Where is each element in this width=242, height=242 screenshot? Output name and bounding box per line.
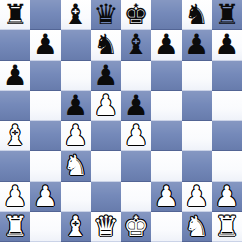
white-bishop[interactable]: ♝ (3, 121, 28, 151)
white-pawn[interactable]: ♟ (3, 182, 28, 212)
square-g3[interactable] (182, 151, 212, 181)
square-g7[interactable]: ♟ (182, 30, 212, 60)
white-pawn[interactable]: ♟ (154, 182, 179, 212)
square-c1[interactable]: ♝ (61, 212, 91, 242)
square-f3[interactable] (151, 151, 181, 181)
square-c6[interactable] (61, 61, 91, 91)
square-a8[interactable]: ♜ (0, 0, 30, 30)
square-g5[interactable] (182, 91, 212, 121)
square-c2[interactable] (61, 182, 91, 212)
white-rook[interactable]: ♜ (3, 212, 28, 242)
square-d2[interactable] (91, 182, 121, 212)
square-b4[interactable] (30, 121, 60, 151)
square-f8[interactable] (151, 0, 181, 30)
square-b3[interactable] (30, 151, 60, 181)
square-c4[interactable]: ♟ (61, 121, 91, 151)
square-d4[interactable] (91, 121, 121, 151)
square-f5[interactable] (151, 91, 181, 121)
square-f4[interactable] (151, 121, 181, 151)
square-h7[interactable]: ♟ (212, 30, 242, 60)
square-c5[interactable]: ♟ (61, 91, 91, 121)
square-b6[interactable] (30, 61, 60, 91)
white-bishop[interactable]: ♝ (63, 212, 88, 242)
square-h5[interactable] (212, 91, 242, 121)
square-d5[interactable]: ♟ (91, 91, 121, 121)
square-b8[interactable] (30, 0, 60, 30)
square-c8[interactable]: ♝ (61, 0, 91, 30)
square-e8[interactable]: ♚ (121, 0, 151, 30)
square-f6[interactable] (151, 61, 181, 91)
black-rook[interactable]: ♜ (214, 0, 239, 30)
square-d7[interactable]: ♞ (91, 30, 121, 60)
square-a6[interactable]: ♟ (0, 61, 30, 91)
black-pawn[interactable]: ♟ (3, 61, 28, 91)
square-b5[interactable] (30, 91, 60, 121)
square-g2[interactable]: ♟ (182, 182, 212, 212)
square-a3[interactable] (0, 151, 30, 181)
black-rook[interactable]: ♜ (3, 0, 28, 30)
square-h1[interactable]: ♜ (212, 212, 242, 242)
black-pawn[interactable]: ♟ (184, 30, 209, 60)
square-e4[interactable]: ♟ (121, 121, 151, 151)
square-e6[interactable] (121, 61, 151, 91)
square-g8[interactable]: ♞ (182, 0, 212, 30)
square-e5[interactable]: ♟ (121, 91, 151, 121)
square-e7[interactable]: ♝ (121, 30, 151, 60)
square-f1[interactable] (151, 212, 181, 242)
black-bishop[interactable]: ♝ (63, 0, 88, 30)
square-b2[interactable]: ♟ (30, 182, 60, 212)
black-bishop[interactable]: ♝ (124, 30, 149, 60)
square-h6[interactable] (212, 61, 242, 91)
square-a2[interactable]: ♟ (0, 182, 30, 212)
square-a1[interactable]: ♜ (0, 212, 30, 242)
white-knight[interactable]: ♞ (63, 151, 88, 181)
square-e3[interactable] (121, 151, 151, 181)
square-d8[interactable]: ♛ (91, 0, 121, 30)
black-pawn[interactable]: ♟ (93, 61, 118, 91)
square-a7[interactable] (0, 30, 30, 60)
square-d3[interactable] (91, 151, 121, 181)
square-e2[interactable] (121, 182, 151, 212)
white-pawn[interactable]: ♟ (214, 182, 239, 212)
black-pawn[interactable]: ♟ (33, 30, 58, 60)
square-h2[interactable]: ♟ (212, 182, 242, 212)
white-pawn[interactable]: ♟ (124, 121, 149, 151)
black-queen[interactable]: ♛ (93, 0, 118, 30)
square-d6[interactable]: ♟ (91, 61, 121, 91)
black-pawn[interactable]: ♟ (154, 30, 179, 60)
square-h8[interactable]: ♜ (212, 0, 242, 30)
square-b1[interactable] (30, 212, 60, 242)
square-h4[interactable] (212, 121, 242, 151)
square-b7[interactable]: ♟ (30, 30, 60, 60)
square-h3[interactable] (212, 151, 242, 181)
black-king[interactable]: ♚ (124, 0, 149, 30)
square-c3[interactable]: ♞ (61, 151, 91, 181)
white-pawn[interactable]: ♟ (184, 182, 209, 212)
square-a5[interactable] (0, 91, 30, 121)
square-a4[interactable]: ♝ (0, 121, 30, 151)
black-pawn[interactable]: ♟ (124, 91, 149, 121)
chess-board: ♜♝♛♚♞♜♟♞♝♟♟♟♟♟♟♟♟♝♟♟♞♟♟♟♟♟♜♝♛♚♞♜ (0, 0, 242, 242)
white-pawn[interactable]: ♟ (63, 121, 88, 151)
square-e1[interactable]: ♚ (121, 212, 151, 242)
square-g4[interactable] (182, 121, 212, 151)
square-g6[interactable] (182, 61, 212, 91)
black-knight[interactable]: ♞ (184, 0, 209, 30)
square-d1[interactable]: ♛ (91, 212, 121, 242)
black-pawn[interactable]: ♟ (63, 91, 88, 121)
white-knight[interactable]: ♞ (184, 212, 209, 242)
square-f7[interactable]: ♟ (151, 30, 181, 60)
white-pawn[interactable]: ♟ (93, 91, 118, 121)
square-f2[interactable]: ♟ (151, 182, 181, 212)
black-pawn[interactable]: ♟ (214, 30, 239, 60)
white-rook[interactable]: ♜ (214, 212, 239, 242)
white-queen[interactable]: ♛ (93, 212, 118, 242)
square-c7[interactable] (61, 30, 91, 60)
white-king[interactable]: ♚ (124, 212, 149, 242)
square-g1[interactable]: ♞ (182, 212, 212, 242)
black-knight[interactable]: ♞ (93, 30, 118, 60)
white-pawn[interactable]: ♟ (33, 182, 58, 212)
